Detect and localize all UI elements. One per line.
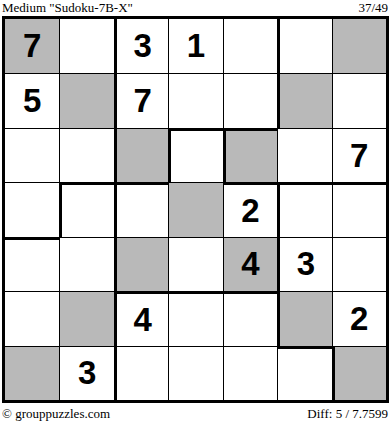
cell-r6c2[interactable]	[114, 346, 168, 400]
cell-r4c1[interactable]	[59, 237, 113, 291]
cells-remaining-counter: 37/49	[358, 1, 388, 15]
cell-r3c6[interactable]	[332, 182, 386, 236]
difficulty-text: Diff: 5 / 7.7599	[307, 407, 388, 421]
cell-r1c5[interactable]	[277, 73, 331, 127]
cell-r0c2[interactable]: 3	[114, 19, 168, 73]
copyright-text: © grouppuzzles.com	[2, 407, 110, 421]
cell-r0c4[interactable]	[223, 19, 277, 73]
cell-r1c0[interactable]: 5	[5, 73, 59, 127]
cell-r6c5[interactable]	[277, 346, 331, 400]
cell-r3c1[interactable]	[59, 182, 113, 236]
cell-r2c3[interactable]	[168, 128, 222, 182]
cell-r5c2[interactable]: 4	[114, 291, 168, 345]
cell-r3c3[interactable]	[168, 182, 222, 236]
cell-r4c0[interactable]	[5, 237, 59, 291]
cell-r2c4[interactable]	[223, 128, 277, 182]
cell-r5c3[interactable]	[168, 291, 222, 345]
cell-r3c2[interactable]	[114, 182, 168, 236]
cell-r4c5[interactable]: 3	[277, 237, 331, 291]
puzzle-title: Medium "Sudoku-7B-X"	[2, 1, 133, 15]
board: 731577243423	[2, 16, 389, 403]
cell-r0c3[interactable]: 1	[168, 19, 222, 73]
cell-r4c6[interactable]	[332, 237, 386, 291]
cell-r4c4[interactable]: 4	[223, 237, 277, 291]
cell-r1c6[interactable]	[332, 73, 386, 127]
cell-r0c6[interactable]	[332, 19, 386, 73]
header: Medium "Sudoku-7B-X" 37/49	[2, 1, 388, 15]
cell-r5c0[interactable]	[5, 291, 59, 345]
cell-r2c2[interactable]	[114, 128, 168, 182]
cell-r3c0[interactable]	[5, 182, 59, 236]
footer: © grouppuzzles.com Diff: 5 / 7.7599	[2, 407, 388, 421]
cell-r6c4[interactable]	[223, 346, 277, 400]
cell-r6c3[interactable]	[168, 346, 222, 400]
cell-r1c4[interactable]	[223, 73, 277, 127]
cell-r1c3[interactable]	[168, 73, 222, 127]
cell-r2c0[interactable]	[5, 128, 59, 182]
cell-r5c4[interactable]	[223, 291, 277, 345]
cell-r0c5[interactable]	[277, 19, 331, 73]
cell-r2c1[interactable]	[59, 128, 113, 182]
cell-r6c0[interactable]	[5, 346, 59, 400]
cell-r1c1[interactable]	[59, 73, 113, 127]
cell-r5c5[interactable]	[277, 291, 331, 345]
cell-r3c4[interactable]: 2	[223, 182, 277, 236]
cell-r6c1[interactable]: 3	[59, 346, 113, 400]
cell-r5c6[interactable]: 2	[332, 291, 386, 345]
cell-r2c5[interactable]	[277, 128, 331, 182]
cell-r5c1[interactable]	[59, 291, 113, 345]
cell-r6c6[interactable]	[332, 346, 386, 400]
cell-r0c0[interactable]: 7	[5, 19, 59, 73]
cell-r0c1[interactable]	[59, 19, 113, 73]
cell-r3c5[interactable]	[277, 182, 331, 236]
cell-r4c3[interactable]	[168, 237, 222, 291]
cell-r2c6[interactable]: 7	[332, 128, 386, 182]
cell-r1c2[interactable]: 7	[114, 73, 168, 127]
cell-r4c2[interactable]	[114, 237, 168, 291]
